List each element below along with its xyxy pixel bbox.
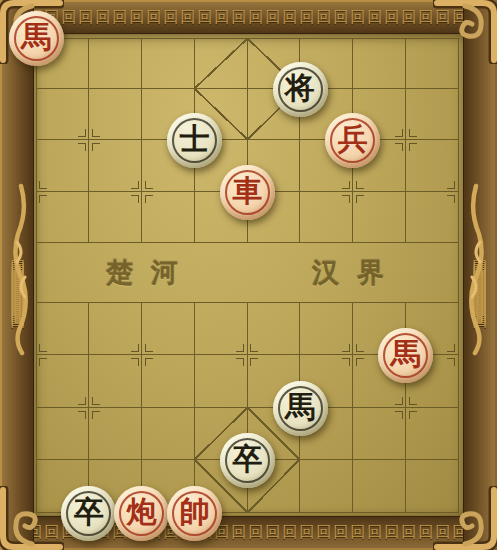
board-cell xyxy=(406,243,459,303)
board-cell xyxy=(89,38,142,89)
piece-character: 兵 xyxy=(338,124,368,154)
piece-black-soldier[interactable]: 卒 xyxy=(61,486,116,541)
board-cell xyxy=(353,192,406,243)
piece-character: 車 xyxy=(232,176,262,206)
piece-red-horse[interactable]: 馬 xyxy=(9,11,64,66)
frame-left: 回回回回回回回回回回回回回回回回回回回回回回回回回回回回 xyxy=(0,0,34,550)
piece-black-advisor[interactable]: 士 xyxy=(167,113,222,168)
board-cell xyxy=(353,38,406,89)
board-cell xyxy=(36,355,89,408)
board-cell xyxy=(36,192,89,243)
piece-red-chariot[interactable]: 車 xyxy=(220,165,275,220)
board-cell xyxy=(142,192,195,243)
board-cell xyxy=(142,355,195,408)
piece-character: 馬 xyxy=(391,339,421,369)
meander-pattern-top: 回回回回回回回回回回回回回回回回回回回回回回回回回回 xyxy=(28,10,470,25)
meander-pattern-left: 回回回回回回回回回回回回回回回回回回回回回回回回回回回回 xyxy=(10,247,25,303)
board-cell xyxy=(248,303,301,355)
board-cell xyxy=(36,140,89,192)
board-cell xyxy=(406,192,459,243)
board-cell xyxy=(248,243,301,303)
board-cell xyxy=(36,243,89,303)
piece-character: 帥 xyxy=(179,497,209,527)
piece-character: 卒 xyxy=(74,497,104,527)
piece-black-soldier[interactable]: 卒 xyxy=(220,433,275,488)
board-cell xyxy=(195,38,248,89)
meander-pattern-right: 回回回回回回回回回回回回回回回回回回回回回回回回回回回回 xyxy=(472,247,487,303)
board-cell xyxy=(142,408,195,460)
board-cell xyxy=(300,460,353,513)
board-cell xyxy=(195,303,248,355)
board-cell xyxy=(406,460,459,513)
piece-character: 士 xyxy=(179,124,209,154)
board-cell xyxy=(406,38,459,89)
piece-black-general[interactable]: 将 xyxy=(273,62,328,117)
xiangqi-board: 楚河 汉界 回回回回回回回回回回回回回回回回回回回回回回回回回回 回回回回回回回… xyxy=(0,0,497,550)
piece-black-horse[interactable]: 馬 xyxy=(273,381,328,436)
board-cell xyxy=(406,408,459,460)
board-cell xyxy=(89,408,142,460)
board-cell xyxy=(406,140,459,192)
board-cell xyxy=(36,408,89,460)
board-cell xyxy=(89,303,142,355)
frame-right: 回回回回回回回回回回回回回回回回回回回回回回回回回回回回 xyxy=(463,0,497,550)
piece-character: 卒 xyxy=(232,444,262,474)
board-cell xyxy=(406,89,459,140)
river-label-han-jie: 汉界 xyxy=(294,255,402,291)
board-cell xyxy=(89,355,142,408)
board-cell xyxy=(36,89,89,140)
piece-red-soldier[interactable]: 兵 xyxy=(325,113,380,168)
board-cell xyxy=(353,460,406,513)
piece-red-cannon[interactable]: 炮 xyxy=(114,486,169,541)
piece-character: 馬 xyxy=(285,392,315,422)
piece-red-horse[interactable]: 馬 xyxy=(378,328,433,383)
piece-character: 炮 xyxy=(127,497,157,527)
board-cell xyxy=(36,303,89,355)
board-cell xyxy=(300,192,353,243)
board-cell xyxy=(142,38,195,89)
board-cell xyxy=(89,192,142,243)
board-cell xyxy=(300,303,353,355)
piece-character: 馬 xyxy=(21,22,51,52)
board-cell xyxy=(353,408,406,460)
river-label-chu-he: 楚河 xyxy=(88,255,196,291)
frame-top: 回回回回回回回回回回回回回回回回回回回回回回回回回回 xyxy=(0,0,497,34)
piece-red-general[interactable]: 帥 xyxy=(167,486,222,541)
piece-character: 将 xyxy=(285,73,315,103)
board-cell xyxy=(195,355,248,408)
board-cell xyxy=(89,140,142,192)
board-cell xyxy=(142,303,195,355)
board-cell xyxy=(89,89,142,140)
board-cell xyxy=(195,243,248,303)
